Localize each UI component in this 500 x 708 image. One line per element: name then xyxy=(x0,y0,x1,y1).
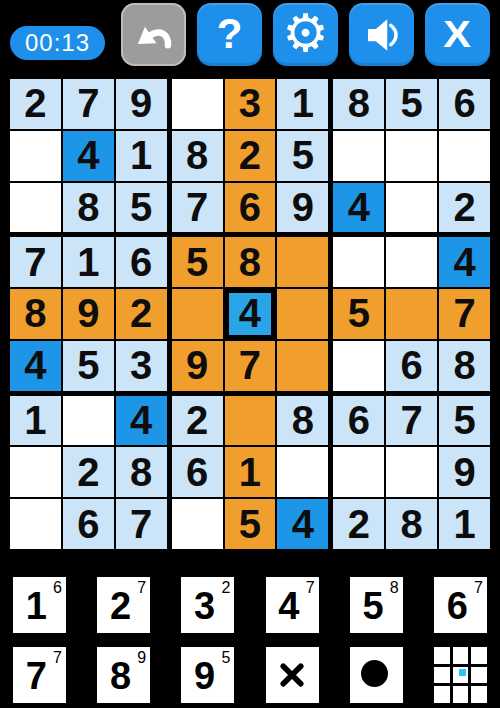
cell-r7c8[interactable]: 7 xyxy=(386,396,437,446)
cell-r2c1[interactable] xyxy=(10,131,61,181)
digit-button-6[interactable]: 67 xyxy=(434,577,487,633)
cell-r5c5[interactable]: 4 xyxy=(225,289,276,339)
cell-r9c3[interactable]: 7 xyxy=(116,499,167,549)
box-2: 31825769 xyxy=(172,79,329,232)
digit-count: 7 xyxy=(53,649,62,667)
cell-r7c7[interactable]: 6 xyxy=(333,396,384,446)
digit-label: 2 xyxy=(110,585,131,628)
cell-r1c6[interactable]: 1 xyxy=(277,79,328,129)
cell-r3c6[interactable]: 9 xyxy=(277,183,328,233)
cell-r6c4[interactable]: 9 xyxy=(172,341,223,391)
cell-r8c4[interactable]: 6 xyxy=(172,447,223,497)
cell-r7c2[interactable] xyxy=(63,396,114,446)
cell-r2c9[interactable] xyxy=(439,131,490,181)
box-1: 2794185 xyxy=(10,79,167,232)
notes-grid-tile xyxy=(471,686,487,703)
digit-count: 8 xyxy=(390,579,399,597)
digit-label: 3 xyxy=(194,585,215,628)
digit-button-4[interactable]: 47 xyxy=(266,577,319,633)
cell-r2c3[interactable]: 1 xyxy=(116,131,167,181)
sudoku-app: 00:13 ? ⚙ xyxy=(0,0,500,708)
cell-r3c2[interactable]: 8 xyxy=(63,183,114,233)
cell-r6c8[interactable]: 6 xyxy=(386,341,437,391)
digit-button-1[interactable]: 16 xyxy=(13,577,66,633)
cell-r7c3[interactable]: 4 xyxy=(116,396,167,446)
cell-r4c4[interactable]: 5 xyxy=(172,237,223,287)
cell-r4c8[interactable] xyxy=(386,237,437,287)
notes-grid-tile xyxy=(453,686,469,703)
notes-grid-tile xyxy=(434,647,450,664)
cell-r8c7[interactable] xyxy=(333,447,384,497)
digit-count: 6 xyxy=(53,579,62,597)
mark-button[interactable] xyxy=(350,647,403,703)
box-9: 6759281 xyxy=(333,396,490,549)
digit-button-3[interactable]: 32 xyxy=(181,577,234,633)
cell-r4c2[interactable]: 1 xyxy=(63,237,114,287)
box-4: 716892453 xyxy=(10,237,167,390)
digit-label: 1 xyxy=(26,585,47,628)
cell-r5c4[interactable] xyxy=(172,289,223,339)
cell-r4c3[interactable]: 6 xyxy=(116,237,167,287)
cell-r5c9[interactable]: 7 xyxy=(439,289,490,339)
cell-r8c5[interactable]: 1 xyxy=(225,447,276,497)
cell-r7c1[interactable]: 1 xyxy=(10,396,61,446)
cell-r4c7[interactable] xyxy=(333,237,384,287)
digit-label: 5 xyxy=(362,585,383,628)
box-8: 286154 xyxy=(172,396,329,549)
toolbar-buttons: ? ⚙ X xyxy=(121,3,490,66)
digit-label: 4 xyxy=(278,585,299,628)
cell-r9c6[interactable]: 4 xyxy=(277,499,328,549)
notes-grid-tile xyxy=(471,647,487,664)
notes-grid-tile xyxy=(453,647,469,664)
digit-count: 5 xyxy=(221,649,230,667)
cell-r6c3[interactable]: 3 xyxy=(116,341,167,391)
digit-button-2[interactable]: 27 xyxy=(97,577,150,633)
cell-r4c1[interactable]: 7 xyxy=(10,237,61,287)
cell-r9c9[interactable]: 1 xyxy=(439,499,490,549)
cell-r5c6[interactable] xyxy=(277,289,328,339)
sound-button[interactable] xyxy=(349,3,414,66)
cell-r5c7[interactable]: 5 xyxy=(333,289,384,339)
cell-r7c5[interactable] xyxy=(225,396,276,446)
cell-r1c3[interactable]: 9 xyxy=(116,79,167,129)
cell-r2c4[interactable]: 8 xyxy=(172,131,223,181)
digit-label: 6 xyxy=(447,585,468,628)
digit-count: 7 xyxy=(137,579,146,597)
question-mark-icon: ? xyxy=(217,10,243,58)
notes-button[interactable] xyxy=(434,647,487,703)
cell-r6c1[interactable]: 4 xyxy=(10,341,61,391)
cell-r2c6[interactable]: 5 xyxy=(277,131,328,181)
cell-r7c4[interactable]: 2 xyxy=(172,396,223,446)
digit-count: 7 xyxy=(306,579,315,597)
undo-icon xyxy=(132,13,176,57)
digit-count: 2 xyxy=(221,579,230,597)
cell-r1c9[interactable]: 6 xyxy=(439,79,490,129)
cell-r5c8[interactable] xyxy=(386,289,437,339)
help-button[interactable]: ? xyxy=(197,3,262,66)
digit-button-9[interactable]: 95 xyxy=(181,647,234,703)
cell-r6c6[interactable] xyxy=(277,341,328,391)
box-5: 58497 xyxy=(172,237,329,390)
notes-grid-tile xyxy=(471,667,487,684)
cell-r2c2[interactable]: 4 xyxy=(63,131,114,181)
cell-r3c5[interactable]: 6 xyxy=(225,183,276,233)
cell-r6c9[interactable]: 8 xyxy=(439,341,490,391)
cell-r2c7[interactable] xyxy=(333,131,384,181)
sudoku-board: 2794185318257698564271689245358497457681… xyxy=(10,79,490,549)
cell-r2c5[interactable]: 2 xyxy=(225,131,276,181)
cell-r1c4[interactable] xyxy=(172,79,223,129)
cell-r8c6[interactable] xyxy=(277,447,328,497)
box-6: 45768 xyxy=(333,237,490,390)
cell-r8c1[interactable] xyxy=(10,447,61,497)
cell-r6c2[interactable]: 5 xyxy=(63,341,114,391)
box-3: 85642 xyxy=(333,79,490,232)
timer-display: 00:13 xyxy=(10,26,105,60)
digit-label: 9 xyxy=(194,655,215,698)
cell-r5c3[interactable]: 2 xyxy=(116,289,167,339)
digit-label: 8 xyxy=(110,655,131,698)
speaker-icon xyxy=(361,14,403,56)
cell-r3c7[interactable]: 4 xyxy=(333,183,384,233)
settings-button[interactable]: ⚙ xyxy=(273,3,338,66)
cell-r7c6[interactable]: 8 xyxy=(277,396,328,446)
cell-r9c4[interactable] xyxy=(172,499,223,549)
notes-grid-tile-center xyxy=(453,667,469,684)
cell-r2c8[interactable] xyxy=(386,131,437,181)
notes-grid-tile xyxy=(434,686,450,703)
cell-r9c8[interactable]: 8 xyxy=(386,499,437,549)
digit-count: 9 xyxy=(137,649,146,667)
cell-r8c9[interactable]: 9 xyxy=(439,447,490,497)
cell-r9c7[interactable]: 2 xyxy=(333,499,384,549)
notes-grid-tile xyxy=(434,667,450,684)
cell-r1c2[interactable]: 7 xyxy=(63,79,114,129)
digit-label: 7 xyxy=(26,655,47,698)
cell-r8c3[interactable]: 8 xyxy=(116,447,167,497)
cell-r4c5[interactable]: 8 xyxy=(225,237,276,287)
close-button[interactable]: X xyxy=(425,3,490,66)
cell-r7c9[interactable]: 5 xyxy=(439,396,490,446)
close-x-icon: X xyxy=(444,14,472,56)
cell-r1c1[interactable]: 2 xyxy=(10,79,61,129)
cell-r3c4[interactable]: 7 xyxy=(172,183,223,233)
cell-r9c2[interactable]: 6 xyxy=(63,499,114,549)
cell-r5c2[interactable]: 9 xyxy=(63,289,114,339)
digit-count: 7 xyxy=(474,579,483,597)
cell-r6c7[interactable] xyxy=(333,341,384,391)
digit-button-5[interactable]: 58 xyxy=(350,577,403,633)
cell-r6c5[interactable]: 7 xyxy=(225,341,276,391)
cell-r4c9[interactable]: 4 xyxy=(439,237,490,287)
cell-r8c2[interactable]: 2 xyxy=(63,447,114,497)
erase-button[interactable] xyxy=(266,647,319,703)
cell-r1c7[interactable]: 8 xyxy=(333,79,384,129)
cell-r1c8[interactable]: 5 xyxy=(386,79,437,129)
dot-icon xyxy=(361,660,388,687)
cell-r4c6[interactable] xyxy=(277,237,328,287)
cell-r1c5[interactable]: 3 xyxy=(225,79,276,129)
numpad: 162732475867778995 xyxy=(13,577,487,703)
cell-r3c9[interactable]: 2 xyxy=(439,183,490,233)
cell-r5c1[interactable]: 8 xyxy=(10,289,61,339)
digit-button-7[interactable]: 77 xyxy=(13,647,66,703)
cell-r3c8[interactable] xyxy=(386,183,437,233)
cell-r3c3[interactable]: 5 xyxy=(116,183,167,233)
box-7: 142867 xyxy=(10,396,167,549)
digit-button-8[interactable]: 89 xyxy=(97,647,150,703)
cell-r9c1[interactable] xyxy=(10,499,61,549)
cyan-note-mark xyxy=(459,669,466,676)
cell-r3c1[interactable] xyxy=(10,183,61,233)
cell-r9c5[interactable]: 5 xyxy=(225,499,276,549)
gear-icon: ⚙ xyxy=(282,7,329,59)
erase-x-icon xyxy=(277,660,307,690)
toolbar: 00:13 ? ⚙ xyxy=(0,0,500,70)
cell-r8c8[interactable] xyxy=(386,447,437,497)
undo-button[interactable] xyxy=(121,3,186,66)
